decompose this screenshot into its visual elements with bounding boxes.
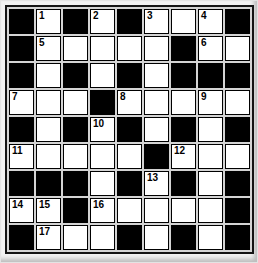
cell-r2c9-white[interactable] <box>225 36 250 61</box>
clue-number-8: 8 <box>120 91 126 102</box>
cell-r6c4-white[interactable] <box>90 144 115 169</box>
cell-r9c2-white[interactable]: 17 <box>36 225 61 250</box>
cell-r1c2-white[interactable]: 1 <box>36 9 61 34</box>
cell-r3c4-white[interactable] <box>90 63 115 88</box>
cell-r9c6-white[interactable] <box>144 225 169 250</box>
clue-number-11: 11 <box>12 145 23 156</box>
cell-r8c2-white[interactable]: 15 <box>36 198 61 223</box>
cell-r2c8-white[interactable]: 6 <box>198 36 223 61</box>
cell-r9c4-white[interactable] <box>90 225 115 250</box>
cell-r3c9-black <box>225 63 250 88</box>
clue-number-2: 2 <box>93 10 99 21</box>
cell-r9c7-black <box>171 225 196 250</box>
cell-r6c9-white[interactable] <box>225 144 250 169</box>
cell-r7c5-black <box>117 171 142 196</box>
cell-r7c3-black <box>63 171 88 196</box>
cell-r2c4-white[interactable] <box>90 36 115 61</box>
cell-r5c3-black <box>63 117 88 142</box>
cell-r3c8-black <box>198 63 223 88</box>
cell-r6c6-black <box>144 144 169 169</box>
cell-r2c5-white[interactable] <box>117 36 142 61</box>
cell-r4c9-white[interactable] <box>225 90 250 115</box>
cell-r9c5-black <box>117 225 142 250</box>
cell-r1c9-black <box>225 9 250 34</box>
cell-r7c6-white[interactable]: 13 <box>144 171 169 196</box>
cell-r8c7-white[interactable] <box>171 198 196 223</box>
clue-number-5: 5 <box>39 37 45 48</box>
clue-number-13: 13 <box>147 172 158 183</box>
clue-number-10: 10 <box>93 118 104 129</box>
cell-r4c7-white[interactable] <box>171 90 196 115</box>
cell-r1c6-white[interactable]: 3 <box>144 9 169 34</box>
cell-r6c3-white[interactable] <box>63 144 88 169</box>
cell-r5c1-black <box>9 117 34 142</box>
cell-r4c8-white[interactable]: 9 <box>198 90 223 115</box>
clue-number-16: 16 <box>93 199 104 210</box>
clue-number-14: 14 <box>12 199 23 210</box>
cell-r5c7-black <box>171 117 196 142</box>
cell-r2c7-black <box>171 36 196 61</box>
cell-r4c5-white[interactable]: 8 <box>117 90 142 115</box>
cell-r5c9-black <box>225 117 250 142</box>
cell-r2c2-white[interactable]: 5 <box>36 36 61 61</box>
cell-r4c3-white[interactable] <box>63 90 88 115</box>
cell-r4c6-white[interactable] <box>144 90 169 115</box>
cell-r3c1-black <box>9 63 34 88</box>
cell-r7c7-black <box>171 171 196 196</box>
cell-r6c5-white[interactable] <box>117 144 142 169</box>
cell-r3c5-black <box>117 63 142 88</box>
cell-r2c3-white[interactable] <box>63 36 88 61</box>
clue-number-7: 7 <box>12 91 18 102</box>
cell-r8c9-black <box>225 198 250 223</box>
cell-r5c8-white[interactable] <box>198 117 223 142</box>
cell-r3c3-black <box>63 63 88 88</box>
cell-r1c5-black <box>117 9 142 34</box>
crossword-grid: 1234567891011121314151617 <box>5 5 254 254</box>
cell-r1c3-black <box>63 9 88 34</box>
crossword-page: 1234567891011121314151617 <box>0 0 258 263</box>
cell-r2c1-black <box>9 36 34 61</box>
cell-r7c4-white[interactable] <box>90 171 115 196</box>
clue-number-6: 6 <box>201 37 207 48</box>
cell-r7c1-black <box>9 171 34 196</box>
cell-r1c7-white[interactable] <box>171 9 196 34</box>
cell-r6c7-white[interactable]: 12 <box>171 144 196 169</box>
cell-r5c6-white[interactable] <box>144 117 169 142</box>
cell-r4c2-white[interactable] <box>36 90 61 115</box>
clue-number-12: 12 <box>174 145 185 156</box>
cell-r8c3-black <box>63 198 88 223</box>
cell-r5c4-white[interactable]: 10 <box>90 117 115 142</box>
clue-number-17: 17 <box>39 226 50 237</box>
cell-r3c6-white[interactable] <box>144 63 169 88</box>
cell-r4c4-black <box>90 90 115 115</box>
cell-r8c4-white[interactable]: 16 <box>90 198 115 223</box>
cell-r9c1-black <box>9 225 34 250</box>
cell-r2c6-white[interactable] <box>144 36 169 61</box>
cell-r7c2-black <box>36 171 61 196</box>
cell-r3c2-white[interactable] <box>36 63 61 88</box>
cell-r9c3-white[interactable] <box>63 225 88 250</box>
cell-r7c9-black <box>225 171 250 196</box>
cell-r9c8-white[interactable] <box>198 225 223 250</box>
cell-r3c7-black <box>171 63 196 88</box>
cell-r1c4-white[interactable]: 2 <box>90 9 115 34</box>
clue-number-15: 15 <box>39 199 50 210</box>
cell-r5c2-white[interactable] <box>36 117 61 142</box>
cell-r6c8-white[interactable] <box>198 144 223 169</box>
clue-number-9: 9 <box>201 91 207 102</box>
cell-r5c5-black <box>117 117 142 142</box>
clue-number-4: 4 <box>201 10 207 21</box>
cell-r8c5-white[interactable] <box>117 198 142 223</box>
cell-r6c1-white[interactable]: 11 <box>9 144 34 169</box>
cell-r4c1-white[interactable]: 7 <box>9 90 34 115</box>
cell-r7c8-white[interactable] <box>198 171 223 196</box>
cell-r8c8-white[interactable] <box>198 198 223 223</box>
cell-r1c8-white[interactable]: 4 <box>198 9 223 34</box>
cell-r8c6-white[interactable] <box>144 198 169 223</box>
cell-r9c9-black <box>225 225 250 250</box>
clue-number-3: 3 <box>147 10 153 21</box>
clue-number-1: 1 <box>39 10 45 21</box>
cell-r1c1-black <box>9 9 34 34</box>
cell-r8c1-white[interactable]: 14 <box>9 198 34 223</box>
cell-r6c2-white[interactable] <box>36 144 61 169</box>
